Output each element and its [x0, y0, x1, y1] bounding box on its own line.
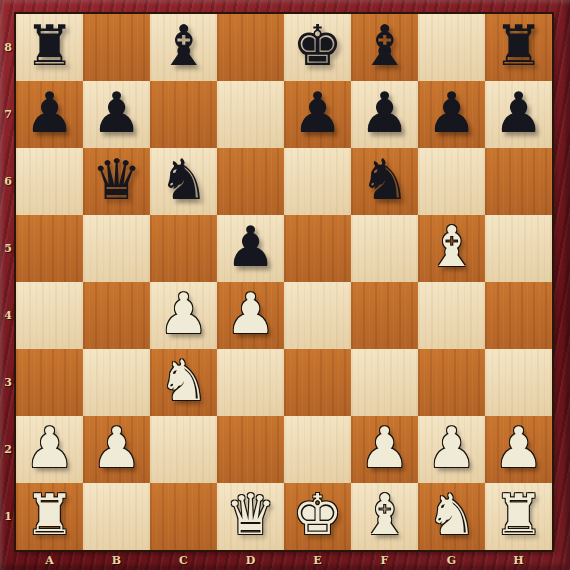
- square-h3[interactable]: [485, 349, 552, 416]
- file-label-e: E: [284, 550, 351, 570]
- square-a3[interactable]: [16, 349, 83, 416]
- piece-black-bishop[interactable]: ♝: [158, 18, 208, 74]
- piece-white-pawn[interactable]: ♟: [91, 420, 141, 476]
- square-b8[interactable]: [83, 14, 150, 81]
- file-label-c: C: [150, 550, 217, 570]
- piece-black-pawn[interactable]: ♟: [493, 85, 543, 141]
- piece-black-bishop[interactable]: ♝: [359, 18, 409, 74]
- square-d3[interactable]: [217, 349, 284, 416]
- square-f1[interactable]: ♝: [351, 483, 418, 550]
- chess-board: ♜♝♚♝♜♟♟♟♟♟♟♛♞♞♟♝♟♟♞♟♟♟♟♟♜♛♚♝♞♜: [16, 14, 552, 550]
- piece-white-pawn[interactable]: ♟: [493, 420, 543, 476]
- square-e8[interactable]: ♚: [284, 14, 351, 81]
- rank-label-8: 8: [0, 14, 16, 81]
- square-f8[interactable]: ♝: [351, 14, 418, 81]
- square-c4[interactable]: ♟: [150, 282, 217, 349]
- square-b4[interactable]: [83, 282, 150, 349]
- square-b1[interactable]: [83, 483, 150, 550]
- piece-white-knight[interactable]: ♞: [158, 353, 208, 409]
- piece-black-pawn[interactable]: ♟: [24, 85, 74, 141]
- square-e7[interactable]: ♟: [284, 81, 351, 148]
- rank-label-4: 4: [0, 282, 16, 349]
- square-d5[interactable]: ♟: [217, 215, 284, 282]
- rank-label-7: 7: [0, 81, 16, 148]
- square-c5[interactable]: [150, 215, 217, 282]
- file-labels: ABCDEFGH: [16, 550, 552, 570]
- square-e5[interactable]: [284, 215, 351, 282]
- square-b3[interactable]: [83, 349, 150, 416]
- square-f2[interactable]: ♟: [351, 416, 418, 483]
- piece-black-king[interactable]: ♚: [292, 18, 342, 74]
- square-f4[interactable]: [351, 282, 418, 349]
- piece-black-pawn[interactable]: ♟: [292, 85, 342, 141]
- square-h6[interactable]: [485, 148, 552, 215]
- square-d6[interactable]: [217, 148, 284, 215]
- square-f3[interactable]: [351, 349, 418, 416]
- file-label-g: G: [418, 550, 485, 570]
- rank-label-1: 1: [0, 483, 16, 550]
- square-a8[interactable]: ♜: [16, 14, 83, 81]
- file-label-h: H: [485, 550, 552, 570]
- square-a1[interactable]: ♜: [16, 483, 83, 550]
- piece-white-rook[interactable]: ♜: [493, 487, 543, 543]
- square-d7[interactable]: [217, 81, 284, 148]
- file-label-a: A: [16, 550, 83, 570]
- piece-white-rook[interactable]: ♜: [24, 487, 74, 543]
- square-g3[interactable]: [418, 349, 485, 416]
- file-label-b: B: [83, 550, 150, 570]
- piece-white-bishop[interactable]: ♝: [359, 487, 409, 543]
- piece-black-queen[interactable]: ♛: [91, 152, 141, 208]
- square-c8[interactable]: ♝: [150, 14, 217, 81]
- square-e2[interactable]: [284, 416, 351, 483]
- piece-white-queen[interactable]: ♛: [225, 487, 275, 543]
- piece-white-pawn[interactable]: ♟: [426, 420, 476, 476]
- piece-white-knight[interactable]: ♞: [426, 487, 476, 543]
- square-b6[interactable]: ♛: [83, 148, 150, 215]
- square-d4[interactable]: ♟: [217, 282, 284, 349]
- file-label-f: F: [351, 550, 418, 570]
- square-a5[interactable]: [16, 215, 83, 282]
- square-f6[interactable]: ♞: [351, 148, 418, 215]
- piece-black-pawn[interactable]: ♟: [426, 85, 476, 141]
- piece-black-pawn[interactable]: ♟: [91, 85, 141, 141]
- file-label-d: D: [217, 550, 284, 570]
- square-h4[interactable]: [485, 282, 552, 349]
- square-e1[interactable]: ♚: [284, 483, 351, 550]
- square-a2[interactable]: ♟: [16, 416, 83, 483]
- square-d8[interactable]: [217, 14, 284, 81]
- square-g8[interactable]: [418, 14, 485, 81]
- square-f5[interactable]: [351, 215, 418, 282]
- square-g1[interactable]: ♞: [418, 483, 485, 550]
- piece-black-rook[interactable]: ♜: [493, 18, 543, 74]
- rank-label-6: 6: [0, 148, 16, 215]
- square-a4[interactable]: [16, 282, 83, 349]
- square-a6[interactable]: [16, 148, 83, 215]
- piece-white-bishop[interactable]: ♝: [426, 219, 476, 275]
- rank-label-3: 3: [0, 349, 16, 416]
- square-b2[interactable]: ♟: [83, 416, 150, 483]
- square-g4[interactable]: [418, 282, 485, 349]
- square-b7[interactable]: ♟: [83, 81, 150, 148]
- piece-white-pawn[interactable]: ♟: [24, 420, 74, 476]
- square-b5[interactable]: [83, 215, 150, 282]
- piece-white-pawn[interactable]: ♟: [225, 286, 275, 342]
- square-h1[interactable]: ♜: [485, 483, 552, 550]
- square-c7[interactable]: [150, 81, 217, 148]
- square-e4[interactable]: [284, 282, 351, 349]
- square-h2[interactable]: ♟: [485, 416, 552, 483]
- square-g2[interactable]: ♟: [418, 416, 485, 483]
- piece-black-pawn[interactable]: ♟: [359, 85, 409, 141]
- piece-white-king[interactable]: ♚: [292, 487, 342, 543]
- square-h5[interactable]: [485, 215, 552, 282]
- piece-white-pawn[interactable]: ♟: [158, 286, 208, 342]
- board-frame: 87654321 ABCDEFGH ♜♝♚♝♜♟♟♟♟♟♟♛♞♞♟♝♟♟♞♟♟♟…: [0, 0, 570, 570]
- square-c1[interactable]: [150, 483, 217, 550]
- piece-black-knight[interactable]: ♞: [158, 152, 208, 208]
- square-g6[interactable]: [418, 148, 485, 215]
- piece-black-pawn[interactable]: ♟: [225, 219, 275, 275]
- square-c2[interactable]: [150, 416, 217, 483]
- piece-black-rook[interactable]: ♜: [24, 18, 74, 74]
- square-g5[interactable]: ♝: [418, 215, 485, 282]
- square-d1[interactable]: ♛: [217, 483, 284, 550]
- square-g7[interactable]: ♟: [418, 81, 485, 148]
- square-f7[interactable]: ♟: [351, 81, 418, 148]
- square-e3[interactable]: [284, 349, 351, 416]
- square-e6[interactable]: [284, 148, 351, 215]
- piece-black-knight[interactable]: ♞: [359, 152, 409, 208]
- square-d2[interactable]: [217, 416, 284, 483]
- rank-label-2: 2: [0, 416, 16, 483]
- square-c3[interactable]: ♞: [150, 349, 217, 416]
- square-h7[interactable]: ♟: [485, 81, 552, 148]
- square-h8[interactable]: ♜: [485, 14, 552, 81]
- square-a7[interactable]: ♟: [16, 81, 83, 148]
- rank-label-5: 5: [0, 215, 16, 282]
- piece-white-pawn[interactable]: ♟: [359, 420, 409, 476]
- rank-labels: 87654321: [0, 14, 16, 550]
- square-c6[interactable]: ♞: [150, 148, 217, 215]
